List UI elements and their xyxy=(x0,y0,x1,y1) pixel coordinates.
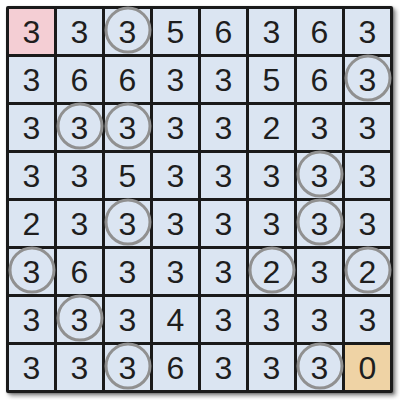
cell-r4c6[interactable]: 3 xyxy=(249,153,294,198)
cell-value: 3 xyxy=(215,207,233,240)
cell-r1c8[interactable]: 3 xyxy=(345,9,390,54)
cell-value: 3 xyxy=(167,63,185,96)
cell-value: 6 xyxy=(215,15,233,48)
cell-value: 3 xyxy=(311,111,329,144)
cell-r3c3[interactable]: 3 xyxy=(105,105,150,150)
cell-r4c4[interactable]: 3 xyxy=(153,153,198,198)
cell-r2c8[interactable]: 3 xyxy=(345,57,390,102)
cell-value: 3 xyxy=(311,159,329,192)
cell-r5c5[interactable]: 3 xyxy=(201,201,246,246)
cell-value: 3 xyxy=(23,159,41,192)
cell-r2c5[interactable]: 3 xyxy=(201,57,246,102)
cell-r6c2[interactable]: 6 xyxy=(57,249,102,294)
cell-r7c4[interactable]: 4 xyxy=(153,297,198,342)
cell-value: 2 xyxy=(359,255,377,288)
cell-r5c3[interactable]: 3 xyxy=(105,201,150,246)
cell-value: 3 xyxy=(119,111,137,144)
cell-value: 3 xyxy=(359,303,377,336)
cell-value: 3 xyxy=(119,15,137,48)
cell-r7c3[interactable]: 3 xyxy=(105,297,150,342)
cell-r2c3[interactable]: 6 xyxy=(105,57,150,102)
cell-value: 3 xyxy=(23,63,41,96)
cell-r6c1[interactable]: 3 xyxy=(9,249,54,294)
cell-value: 3 xyxy=(215,303,233,336)
cell-value: 6 xyxy=(71,255,89,288)
cell-value: 3 xyxy=(119,351,137,384)
cell-r1c5[interactable]: 6 xyxy=(201,9,246,54)
cell-r5c6[interactable]: 3 xyxy=(249,201,294,246)
cell-value: 3 xyxy=(71,303,89,336)
cell-r3c8[interactable]: 3 xyxy=(345,105,390,150)
cell-value: 3 xyxy=(119,207,137,240)
page: 3335636336633563333332333353333323333333… xyxy=(0,0,400,400)
cell-value: 3 xyxy=(167,159,185,192)
cell-value: 3 xyxy=(263,351,281,384)
cell-value: 6 xyxy=(119,63,137,96)
cell-value: 6 xyxy=(71,63,89,96)
cell-value: 3 xyxy=(311,351,329,384)
cell-r1c3[interactable]: 3 xyxy=(105,9,150,54)
cell-value: 3 xyxy=(119,303,137,336)
cell-r6c3[interactable]: 3 xyxy=(105,249,150,294)
cell-r3c1[interactable]: 3 xyxy=(9,105,54,150)
cell-r6c6[interactable]: 2 xyxy=(249,249,294,294)
cell-r4c8[interactable]: 3 xyxy=(345,153,390,198)
cell-r1c6[interactable]: 3 xyxy=(249,9,294,54)
cell-r8c3[interactable]: 3 xyxy=(105,345,150,390)
cell-r4c7[interactable]: 3 xyxy=(297,153,342,198)
cell-value: 5 xyxy=(263,63,281,96)
cell-r8c6[interactable]: 3 xyxy=(249,345,294,390)
cell-value: 3 xyxy=(215,63,233,96)
cell-value: 3 xyxy=(215,159,233,192)
cell-r7c2[interactable]: 3 xyxy=(57,297,102,342)
cell-value: 3 xyxy=(23,111,41,144)
cell-value: 3 xyxy=(167,255,185,288)
cell-r6c5[interactable]: 3 xyxy=(201,249,246,294)
cell-r4c1[interactable]: 3 xyxy=(9,153,54,198)
cell-r5c4[interactable]: 3 xyxy=(153,201,198,246)
cell-r5c1[interactable]: 2 xyxy=(9,201,54,246)
cell-value: 5 xyxy=(167,15,185,48)
cell-r7c8[interactable]: 3 xyxy=(345,297,390,342)
cell-r5c2[interactable]: 3 xyxy=(57,201,102,246)
cell-value: 2 xyxy=(263,111,281,144)
cell-value: 3 xyxy=(71,111,89,144)
cell-value: 3 xyxy=(71,351,89,384)
cell-r3c4[interactable]: 3 xyxy=(153,105,198,150)
cell-r5c7[interactable]: 3 xyxy=(297,201,342,246)
cell-value: 3 xyxy=(23,351,41,384)
cell-value: 3 xyxy=(359,15,377,48)
cell-value: 3 xyxy=(311,255,329,288)
cell-value: 3 xyxy=(263,159,281,192)
cell-value: 3 xyxy=(359,63,377,96)
cell-value: 3 xyxy=(215,255,233,288)
cell-value: 2 xyxy=(263,255,281,288)
cell-r3c7[interactable]: 3 xyxy=(297,105,342,150)
cell-value: 3 xyxy=(167,111,185,144)
cell-r7c1[interactable]: 3 xyxy=(9,297,54,342)
cell-r7c6[interactable]: 3 xyxy=(249,297,294,342)
cell-r2c6[interactable]: 5 xyxy=(249,57,294,102)
cell-r1c7[interactable]: 6 xyxy=(297,9,342,54)
cell-value: 3 xyxy=(359,159,377,192)
cell-r6c4[interactable]: 3 xyxy=(153,249,198,294)
cell-r6c8[interactable]: 2 xyxy=(345,249,390,294)
cell-value: 2 xyxy=(23,207,41,240)
cell-value: 3 xyxy=(23,303,41,336)
cell-r3c5[interactable]: 3 xyxy=(201,105,246,150)
cell-value: 3 xyxy=(359,207,377,240)
cell-r8c2[interactable]: 3 xyxy=(57,345,102,390)
cell-r1c2[interactable]: 3 xyxy=(57,9,102,54)
cell-value: 3 xyxy=(23,255,41,288)
cell-value: 3 xyxy=(167,207,185,240)
cell-r8c1[interactable]: 3 xyxy=(9,345,54,390)
cell-r1c4[interactable]: 5 xyxy=(153,9,198,54)
cell-r8c7[interactable]: 3 xyxy=(297,345,342,390)
cell-r7c7[interactable]: 3 xyxy=(297,297,342,342)
cell-r2c4[interactable]: 3 xyxy=(153,57,198,102)
cell-value: 6 xyxy=(167,351,185,384)
cell-value: 3 xyxy=(71,207,89,240)
cell-r4c2[interactable]: 3 xyxy=(57,153,102,198)
cell-value: 3 xyxy=(215,351,233,384)
cell-r6c7[interactable]: 3 xyxy=(297,249,342,294)
cell-value: 0 xyxy=(359,351,377,384)
cell-r2c1[interactable]: 3 xyxy=(9,57,54,102)
cell-r8c5[interactable]: 3 xyxy=(201,345,246,390)
cell-r4c3[interactable]: 5 xyxy=(105,153,150,198)
cell-value: 3 xyxy=(215,111,233,144)
cell-value: 3 xyxy=(311,207,329,240)
cell-value: 3 xyxy=(119,255,137,288)
cell-value: 6 xyxy=(311,15,329,48)
puzzle-board: 3335636336633563333332333353333323333333… xyxy=(6,6,393,393)
cell-value: 3 xyxy=(263,207,281,240)
cell-value: 5 xyxy=(119,159,137,192)
cell-r5c8[interactable]: 3 xyxy=(345,201,390,246)
cell-value: 3 xyxy=(359,111,377,144)
cell-r4c5[interactable]: 3 xyxy=(201,153,246,198)
cell-r7c5[interactable]: 3 xyxy=(201,297,246,342)
cell-value: 3 xyxy=(23,15,41,48)
cell-r3c6[interactable]: 2 xyxy=(249,105,294,150)
cell-r8c4[interactable]: 6 xyxy=(153,345,198,390)
cell-value: 3 xyxy=(71,15,89,48)
cell-value: 6 xyxy=(311,63,329,96)
cell-value: 4 xyxy=(167,303,185,336)
cell-r2c2[interactable]: 6 xyxy=(57,57,102,102)
cell-r1c1[interactable]: 3 xyxy=(9,9,54,54)
cell-r8c8[interactable]: 0 xyxy=(345,345,390,390)
cell-value: 3 xyxy=(263,15,281,48)
cell-r3c2[interactable]: 3 xyxy=(57,105,102,150)
cell-value: 3 xyxy=(311,303,329,336)
cell-r2c7[interactable]: 6 xyxy=(297,57,342,102)
cell-value: 3 xyxy=(71,159,89,192)
cell-value: 3 xyxy=(263,303,281,336)
